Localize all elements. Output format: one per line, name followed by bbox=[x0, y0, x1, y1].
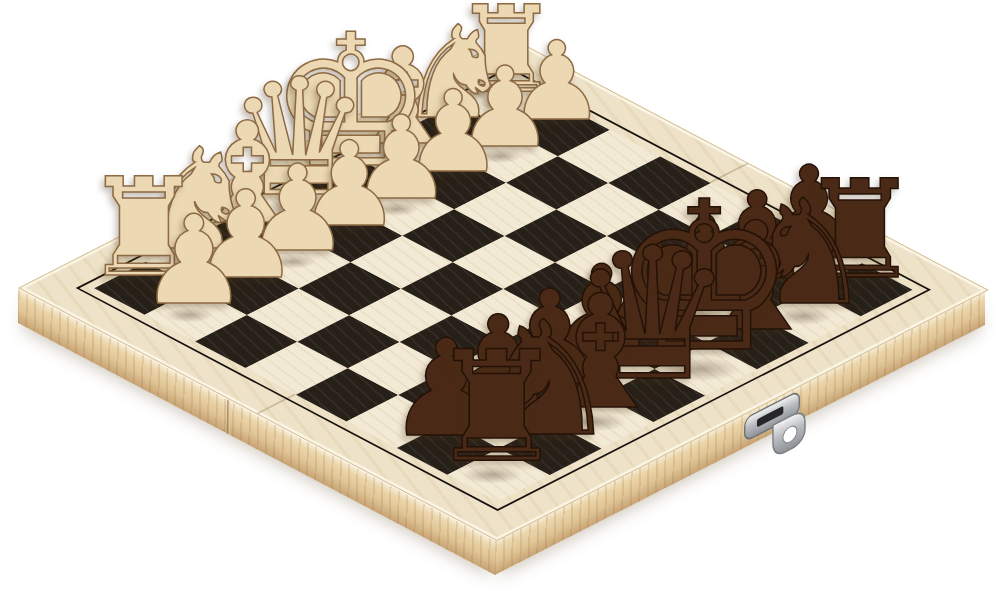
fold-seam bbox=[227, 399, 230, 434]
piece-black-rook-a8[interactable]: ♜ bbox=[428, 331, 565, 484]
chess-set-photo: ♜♞♝♛♚♝♞♜♟♟♟♟♟♟♟♟♟♟♟♟♟♟♟♟♜♞♝♛♚♝♞♜ bbox=[0, 0, 1000, 606]
piece-white-pawn-a2[interactable]: ♟ bbox=[139, 199, 249, 322]
